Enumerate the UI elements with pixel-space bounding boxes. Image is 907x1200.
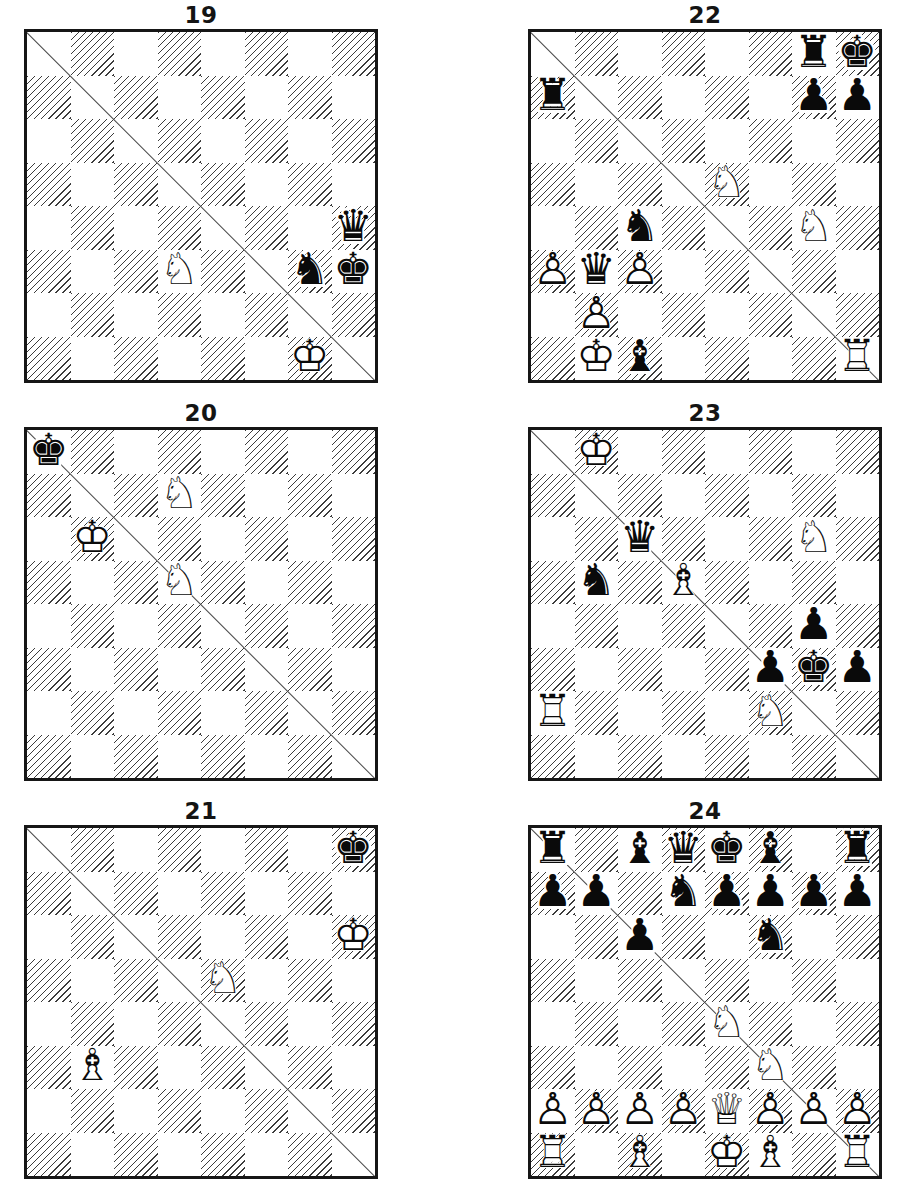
square-g1	[792, 1133, 836, 1177]
square-c1	[114, 337, 158, 381]
square-e4	[705, 206, 749, 250]
square-f5	[749, 561, 793, 605]
square-a4	[27, 604, 71, 648]
puzzle-sheet: 19 ♛♛♞♘♞♞♚♚♚♔ 22 ♜♜♚♚♜♜♟♟♟♟♞♘♞♞♞♘♟♙♛♛♟♙♟…	[0, 0, 907, 1200]
square-b4	[71, 206, 115, 250]
square-a2	[27, 1089, 71, 1133]
square-a7	[531, 474, 575, 518]
square-f1	[245, 1133, 289, 1177]
square-b2	[71, 293, 115, 337]
square-d5	[158, 959, 202, 1003]
square-h6	[332, 119, 376, 163]
square-h1: ♜♖	[836, 1133, 880, 1177]
square-f2	[245, 691, 289, 735]
square-c7	[114, 76, 158, 120]
square-c7	[114, 474, 158, 518]
square-g5	[288, 959, 332, 1003]
square-e5	[201, 561, 245, 605]
square-c6	[114, 915, 158, 959]
square-c4	[114, 1002, 158, 1046]
square-b5	[575, 163, 619, 207]
black-pawn-piece: ♟♟	[836, 648, 880, 692]
square-d4	[662, 206, 706, 250]
square-c8	[114, 430, 158, 474]
square-a8: ♚♚	[27, 430, 71, 474]
square-a6	[27, 119, 71, 163]
square-e4	[201, 604, 245, 648]
square-f3	[245, 648, 289, 692]
white-bishop-piece: ♝♗	[662, 561, 706, 605]
square-d5	[662, 959, 706, 1003]
square-a5	[27, 959, 71, 1003]
square-f8	[245, 430, 289, 474]
square-d1	[158, 1133, 202, 1177]
square-a6	[531, 915, 575, 959]
square-e5: ♞♘	[201, 959, 245, 1003]
white-bishop-piece: ♝♗	[749, 1133, 793, 1177]
square-c2	[114, 293, 158, 337]
square-g3	[288, 1046, 332, 1090]
square-a2: ♜♖	[531, 691, 575, 735]
square-e1: ♚♔	[705, 1133, 749, 1177]
square-f3	[245, 1046, 289, 1090]
square-g8	[792, 430, 836, 474]
square-e8	[705, 32, 749, 76]
square-b3	[71, 648, 115, 692]
square-a5	[531, 163, 575, 207]
square-h7	[836, 474, 880, 518]
square-e1	[201, 1133, 245, 1177]
square-d4	[662, 604, 706, 648]
white-pawn-piece: ♟♙	[662, 1089, 706, 1133]
square-g5	[288, 163, 332, 207]
square-g6	[288, 119, 332, 163]
square-c3	[618, 648, 662, 692]
square-a2	[27, 691, 71, 735]
square-f2	[245, 293, 289, 337]
square-d6	[662, 119, 706, 163]
square-d7	[662, 76, 706, 120]
square-c7	[114, 872, 158, 916]
square-b6	[575, 119, 619, 163]
square-c6: ♛♛	[618, 517, 662, 561]
black-knight-piece: ♞♞	[575, 561, 619, 605]
square-f2	[245, 1089, 289, 1133]
chess-board-19: ♛♛♞♘♞♞♚♚♚♔	[24, 29, 378, 383]
square-d7	[662, 474, 706, 518]
square-h4	[332, 1002, 376, 1046]
square-f6	[245, 119, 289, 163]
square-a7: ♟♟	[531, 872, 575, 916]
square-b3: ♝♗	[71, 1046, 115, 1090]
white-rook-piece: ♜♖	[531, 691, 575, 735]
square-e8	[705, 430, 749, 474]
black-pawn-piece: ♟♟	[792, 872, 836, 916]
black-knight-piece: ♞♞	[288, 250, 332, 294]
square-f8	[245, 32, 289, 76]
square-h8: ♚♚	[332, 828, 376, 872]
square-c8: ♝♝	[618, 828, 662, 872]
square-h4	[836, 206, 880, 250]
square-d3	[662, 250, 706, 294]
white-pawn-piece: ♟♙	[792, 1089, 836, 1133]
square-a7	[27, 474, 71, 518]
square-e4: ♞♘	[705, 1002, 749, 1046]
white-king-piece: ♚♔	[288, 337, 332, 381]
square-h4	[332, 604, 376, 648]
square-c7	[618, 76, 662, 120]
square-e3	[201, 648, 245, 692]
square-g4	[288, 604, 332, 648]
square-f7	[245, 76, 289, 120]
square-g3: ♚♚	[792, 648, 836, 692]
diagram-number: 23	[528, 400, 882, 427]
square-h3: ♟♟	[836, 648, 880, 692]
square-e5	[201, 163, 245, 207]
square-h6	[836, 517, 880, 561]
square-g1	[288, 735, 332, 779]
square-h7: ♟♟	[836, 872, 880, 916]
square-h5	[836, 959, 880, 1003]
square-b5: ♞♞	[575, 561, 619, 605]
square-d1	[662, 337, 706, 381]
square-c4	[618, 604, 662, 648]
square-e7	[201, 872, 245, 916]
square-f4	[245, 1002, 289, 1046]
square-g3	[288, 648, 332, 692]
square-f5	[749, 163, 793, 207]
square-a6	[531, 517, 575, 561]
square-b7	[575, 474, 619, 518]
square-a7	[27, 76, 71, 120]
square-h2	[332, 1089, 376, 1133]
square-f7	[749, 76, 793, 120]
square-a4	[27, 1002, 71, 1046]
square-a1	[27, 735, 71, 779]
square-e6	[201, 119, 245, 163]
square-c8	[618, 32, 662, 76]
square-h1	[332, 735, 376, 779]
square-g6	[792, 119, 836, 163]
square-f5	[245, 163, 289, 207]
square-e4	[201, 206, 245, 250]
white-king-piece: ♚♔	[71, 517, 115, 561]
square-g2	[792, 691, 836, 735]
square-g1: ♚♔	[288, 337, 332, 381]
square-g2	[288, 691, 332, 735]
square-b7: ♟♟	[575, 872, 619, 916]
square-d2	[158, 293, 202, 337]
square-g1	[792, 337, 836, 381]
white-knight-piece: ♞♘	[705, 163, 749, 207]
square-d2	[662, 691, 706, 735]
square-h2	[332, 691, 376, 735]
square-a6	[531, 119, 575, 163]
square-a3	[27, 648, 71, 692]
square-b1	[71, 337, 115, 381]
square-c1: ♝♗	[618, 1133, 662, 1177]
square-h7	[332, 474, 376, 518]
square-e7	[201, 474, 245, 518]
black-knight-piece: ♞♞	[749, 915, 793, 959]
square-g7	[288, 76, 332, 120]
square-b5	[71, 163, 115, 207]
black-pawn-piece: ♟♟	[575, 872, 619, 916]
square-h5	[332, 959, 376, 1003]
black-king-piece: ♚♚	[332, 250, 376, 294]
square-f6	[749, 119, 793, 163]
square-a5	[531, 561, 575, 605]
square-b7	[575, 76, 619, 120]
square-b6	[71, 119, 115, 163]
square-d8	[158, 828, 202, 872]
square-d5	[662, 163, 706, 207]
square-e6	[201, 517, 245, 561]
square-a2	[27, 293, 71, 337]
square-b3	[71, 250, 115, 294]
square-h1	[332, 1133, 376, 1177]
white-knight-piece: ♞♘	[158, 561, 202, 605]
square-b2	[71, 691, 115, 735]
square-a6	[27, 915, 71, 959]
black-pawn-piece: ♟♟	[618, 915, 662, 959]
square-h6	[836, 119, 880, 163]
square-c2	[114, 1089, 158, 1133]
square-b4	[575, 604, 619, 648]
square-f3	[749, 250, 793, 294]
square-a5	[27, 561, 71, 605]
square-c2	[114, 691, 158, 735]
square-a7: ♜♜	[531, 76, 575, 120]
square-f5	[749, 959, 793, 1003]
square-f1: ♝♗	[749, 1133, 793, 1177]
square-c6	[618, 119, 662, 163]
square-g6	[792, 915, 836, 959]
square-f1	[245, 735, 289, 779]
chess-board-21: ♚♚♚♔♞♘♝♗	[24, 825, 378, 1179]
square-c6	[114, 119, 158, 163]
square-e3	[705, 648, 749, 692]
diagram-number: 22	[528, 2, 882, 29]
square-b1	[71, 735, 115, 779]
chess-board-20: ♚♚♞♘♚♔♞♘	[24, 427, 378, 781]
square-d5	[158, 163, 202, 207]
square-b5	[71, 959, 115, 1003]
square-g8	[288, 32, 332, 76]
square-h1: ♜♖	[836, 337, 880, 381]
square-f7	[245, 872, 289, 916]
square-b6	[71, 915, 115, 959]
square-g2: ♟♙	[792, 1089, 836, 1133]
square-a1	[531, 735, 575, 779]
square-b2	[71, 1089, 115, 1133]
square-c4	[114, 604, 158, 648]
square-g2	[288, 1089, 332, 1133]
white-knight-piece: ♞♘	[158, 250, 202, 294]
square-e7: ♟♟	[705, 872, 749, 916]
diagram-number: 19	[24, 2, 378, 29]
square-g1	[288, 1133, 332, 1177]
black-rook-piece: ♜♜	[531, 76, 575, 120]
square-e7	[705, 474, 749, 518]
square-a8	[27, 32, 71, 76]
square-f8	[245, 828, 289, 872]
white-knight-piece: ♞♘	[201, 959, 245, 1003]
square-g4	[288, 1002, 332, 1046]
square-a3	[27, 1046, 71, 1090]
square-g5	[792, 959, 836, 1003]
square-a5	[27, 163, 71, 207]
square-d6	[662, 915, 706, 959]
square-h8	[332, 32, 376, 76]
white-bishop-piece: ♝♗	[71, 1046, 115, 1090]
square-h2	[332, 293, 376, 337]
square-d4	[158, 1002, 202, 1046]
square-c2	[618, 691, 662, 735]
white-knight-piece: ♞♘	[158, 474, 202, 518]
square-f7	[749, 474, 793, 518]
square-b4	[575, 1002, 619, 1046]
square-e3	[201, 1046, 245, 1090]
square-f6	[245, 915, 289, 959]
square-b8	[71, 828, 115, 872]
square-e8	[201, 430, 245, 474]
square-e4	[201, 1002, 245, 1046]
square-h5	[332, 561, 376, 605]
black-pawn-piece: ♟♟	[531, 872, 575, 916]
square-e1	[201, 337, 245, 381]
square-b1	[71, 1133, 115, 1177]
diagram-grid: 19 ♛♛♞♘♞♞♚♚♚♔ 22 ♜♜♚♚♜♜♟♟♟♟♞♘♞♞♞♘♟♙♛♛♟♙♟…	[0, 0, 907, 1179]
black-pawn-piece: ♟♟	[792, 76, 836, 120]
square-a1: ♜♖	[531, 1133, 575, 1177]
square-c8	[114, 828, 158, 872]
square-a6	[27, 517, 71, 561]
square-c3	[114, 250, 158, 294]
black-pawn-piece: ♟♟	[836, 872, 880, 916]
white-king-piece: ♚♔	[575, 430, 619, 474]
white-knight-piece: ♞♘	[749, 691, 793, 735]
square-e6	[705, 517, 749, 561]
white-king-piece: ♚♔	[575, 337, 619, 381]
square-d1	[662, 1133, 706, 1177]
square-c6: ♟♟	[618, 915, 662, 959]
white-rook-piece: ♜♖	[836, 1133, 880, 1177]
chess-board-22: ♜♜♚♚♜♜♟♟♟♟♞♘♞♞♞♘♟♙♛♛♟♙♟♙♚♔♝♝♜♖	[528, 29, 882, 383]
square-f4	[245, 206, 289, 250]
square-c1	[618, 735, 662, 779]
square-d3: ♞♘	[158, 250, 202, 294]
square-g1	[792, 735, 836, 779]
square-d8	[662, 32, 706, 76]
square-c5	[114, 163, 158, 207]
diagram-block-21: 21 ♚♚♚♔♞♘♝♗	[24, 798, 378, 1179]
square-g7: ♟♟	[792, 76, 836, 120]
square-e4	[705, 604, 749, 648]
square-f2: ♞♘	[749, 691, 793, 735]
white-pawn-piece: ♟♙	[575, 1089, 619, 1133]
square-b1	[575, 1133, 619, 1177]
square-a4	[531, 604, 575, 648]
square-d4	[662, 1002, 706, 1046]
square-d4	[158, 604, 202, 648]
square-b8	[575, 32, 619, 76]
square-d1	[662, 735, 706, 779]
diagram-number: 21	[24, 798, 378, 825]
square-c5	[114, 561, 158, 605]
square-a3	[27, 250, 71, 294]
square-a8	[27, 828, 71, 872]
square-f1	[749, 337, 793, 381]
square-d2	[158, 691, 202, 735]
square-e5	[705, 561, 749, 605]
square-h3	[836, 250, 880, 294]
chess-board-24: ♜♜♝♝♛♛♚♚♝♝♜♜♟♟♟♟♞♞♟♟♟♟♟♟♟♟♟♟♞♞♞♘♞♘♟♙♟♙♟♙…	[528, 825, 882, 1179]
square-b1	[575, 735, 619, 779]
square-d5: ♞♘	[158, 561, 202, 605]
square-f2	[749, 293, 793, 337]
square-e8	[201, 32, 245, 76]
square-b3	[575, 648, 619, 692]
black-bishop-piece: ♝♝	[618, 828, 662, 872]
square-h3	[332, 648, 376, 692]
square-a4	[531, 1002, 575, 1046]
square-e5: ♞♘	[705, 163, 749, 207]
square-g8	[288, 430, 332, 474]
black-queen-piece: ♛♛	[618, 517, 662, 561]
square-d3	[158, 648, 202, 692]
square-e7	[705, 76, 749, 120]
white-bishop-piece: ♝♗	[618, 1133, 662, 1177]
square-e6	[705, 915, 749, 959]
square-d7	[158, 872, 202, 916]
diagram-block-22: 22 ♜♜♚♚♜♜♟♟♟♟♞♘♞♞♞♘♟♙♛♛♟♙♟♙♚♔♝♝♜♖	[528, 2, 882, 383]
square-a1	[27, 337, 71, 381]
square-f1	[245, 337, 289, 381]
square-h6	[332, 517, 376, 561]
square-c3: ♟♙	[618, 250, 662, 294]
square-e2	[201, 293, 245, 337]
square-h8	[332, 430, 376, 474]
white-rook-piece: ♜♖	[531, 1133, 575, 1177]
square-c4	[114, 206, 158, 250]
square-b6: ♚♔	[71, 517, 115, 561]
square-f4	[245, 604, 289, 648]
square-e3	[705, 250, 749, 294]
square-b8	[71, 32, 115, 76]
square-e1	[705, 337, 749, 381]
square-d5: ♝♗	[662, 561, 706, 605]
square-c1	[114, 1133, 158, 1177]
square-d7: ♞♞	[662, 872, 706, 916]
black-king-piece: ♚♚	[27, 430, 71, 474]
square-h6: ♚♔	[332, 915, 376, 959]
square-h7	[332, 76, 376, 120]
square-e2	[705, 691, 749, 735]
square-b2: ♟♙	[575, 1089, 619, 1133]
square-c3	[114, 1046, 158, 1090]
square-c8	[618, 430, 662, 474]
square-d1	[158, 735, 202, 779]
square-f7	[245, 474, 289, 518]
square-a2	[531, 293, 575, 337]
square-h8	[836, 430, 880, 474]
diagram-block-24: 24 ♜♜♝♝♛♛♚♚♝♝♜♜♟♟♟♟♞♞♟♟♟♟♟♟♟♟♟♟♞♞♞♘♞♘♟♙♟…	[528, 798, 882, 1179]
square-c1	[114, 735, 158, 779]
square-g7: ♟♟	[792, 872, 836, 916]
square-f6	[749, 517, 793, 561]
square-b2	[575, 691, 619, 735]
